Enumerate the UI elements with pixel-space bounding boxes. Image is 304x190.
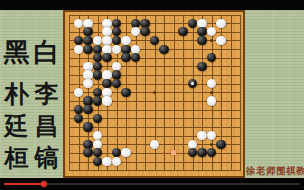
- square-marker: [171, 150, 176, 155]
- black-stone: [112, 27, 121, 36]
- black-stone: [93, 96, 102, 105]
- white-name-char-3: 镐: [32, 145, 61, 171]
- black-stone: [112, 36, 121, 45]
- black-stone: [197, 148, 206, 157]
- white-stone: [74, 88, 83, 97]
- white-stone: [197, 131, 206, 140]
- black-stone: [93, 157, 102, 166]
- white-stone: [207, 131, 216, 140]
- black-stone: [121, 53, 130, 62]
- black-stone: [197, 36, 206, 45]
- player-name-row: 桓 镐: [0, 145, 63, 171]
- star-point: [210, 143, 213, 146]
- grid-line-horizontal: [69, 127, 241, 128]
- white-stone: [121, 36, 130, 45]
- white-stone: [216, 36, 225, 45]
- progress-bar[interactable]: [4, 183, 300, 185]
- video-frame: 黑 白 朴 李 廷 昌 桓 镐 徐老师围棋教: [0, 10, 304, 178]
- white-stone: [112, 157, 121, 166]
- black-stone: [102, 79, 111, 88]
- black-stone: [83, 122, 92, 131]
- black-stone: [188, 19, 197, 28]
- black-stone: [74, 114, 83, 123]
- player-name-row: 朴 李: [0, 81, 63, 107]
- black-stone: [74, 36, 83, 45]
- go-board: [63, 10, 245, 178]
- black-stone: [83, 27, 92, 36]
- white-stone: [207, 96, 216, 105]
- white-stone: [207, 27, 216, 36]
- white-stone: [216, 19, 225, 28]
- white-stone: [102, 27, 111, 36]
- white-stone: [131, 27, 140, 36]
- letterbox-top: [0, 0, 304, 10]
- white-stone: [150, 140, 159, 149]
- black-stone: [93, 70, 102, 79]
- black-stone: [121, 88, 130, 97]
- white-stone: [74, 19, 83, 28]
- black-stone: [74, 105, 83, 114]
- black-stone: [216, 140, 225, 149]
- white-stone: [93, 131, 102, 140]
- grid-line-vertical: [231, 15, 232, 171]
- black-stone: [83, 45, 92, 54]
- grid-line-horizontal: [69, 170, 241, 171]
- progress-knob[interactable]: [41, 181, 47, 187]
- black-stone: [102, 53, 111, 62]
- black-stone: [93, 114, 102, 123]
- black-stone: [188, 148, 197, 157]
- black-name-char-1: 朴: [2, 81, 31, 107]
- black-stone: [159, 45, 168, 54]
- black-stone: [83, 148, 92, 157]
- black-stone: [140, 27, 149, 36]
- white-stone: [93, 36, 102, 45]
- grid-line-vertical: [174, 15, 175, 171]
- grid-line-vertical: [164, 15, 165, 171]
- black-label: 黑: [2, 39, 31, 65]
- watermark-text: 徐老师围棋教: [246, 165, 304, 178]
- black-stone: [207, 148, 216, 157]
- progress-fill: [4, 183, 44, 185]
- white-stone: [83, 79, 92, 88]
- black-stone: [150, 36, 159, 45]
- grid-line-vertical: [183, 15, 184, 171]
- white-stone: [207, 79, 216, 88]
- white-name-char-2: 昌: [32, 113, 61, 139]
- white-label: 白: [32, 39, 61, 65]
- star-point: [210, 39, 213, 42]
- black-stone: [93, 53, 102, 62]
- player-names-panel: 黑 白 朴 李 廷 昌 桓 镐: [0, 10, 63, 178]
- white-stone: [121, 148, 130, 157]
- white-stone: [102, 157, 111, 166]
- white-stone: [112, 45, 121, 54]
- black-stone: [131, 53, 140, 62]
- star-point: [153, 91, 156, 94]
- grid-line-horizontal: [69, 110, 241, 111]
- black-stone: [178, 27, 187, 36]
- black-name-char-2: 廷: [2, 113, 31, 139]
- black-stone: [83, 105, 92, 114]
- player-name-row: 廷 昌: [0, 113, 63, 139]
- star-point: [210, 91, 213, 94]
- color-labels-row: 黑 白: [0, 39, 63, 65]
- white-stone: [74, 45, 83, 54]
- black-stone: [112, 79, 121, 88]
- black-stone: [197, 62, 206, 71]
- white-name-char-1: 李: [32, 81, 61, 107]
- black-stone: [83, 36, 92, 45]
- black-stone: [197, 27, 206, 36]
- player-controls-bar: [0, 178, 304, 190]
- white-stone: [102, 96, 111, 105]
- black-name-char-3: 桓: [2, 145, 31, 171]
- video-player[interactable]: 黑 白 朴 李 廷 昌 桓 镐 徐老师围棋教: [0, 0, 304, 190]
- white-stone: [102, 36, 111, 45]
- grid-line-vertical: [240, 15, 241, 171]
- black-stone: [207, 53, 216, 62]
